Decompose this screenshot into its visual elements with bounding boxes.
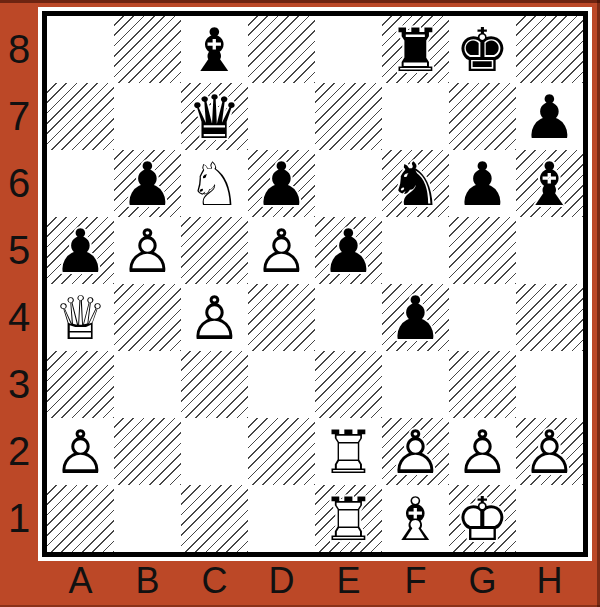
square-b2[interactable] <box>114 418 181 485</box>
square-a5[interactable]: ♟ <box>47 217 114 284</box>
file-label-f: F <box>382 559 449 603</box>
square-f7[interactable] <box>382 83 449 150</box>
square-c8[interactable]: ♝ <box>181 16 248 83</box>
piece-white-pawn: ♟♙ <box>382 418 449 485</box>
piece-black-pawn: ♟ <box>449 150 516 217</box>
square-g3[interactable] <box>449 351 516 418</box>
file-label-a: A <box>47 559 114 603</box>
square-c4[interactable]: ♟♙ <box>181 284 248 351</box>
square-f6[interactable]: ♞ <box>382 150 449 217</box>
white-rook-icon: ♖ <box>322 422 376 482</box>
piece-black-pawn: ♟ <box>315 217 382 284</box>
square-g5[interactable] <box>449 217 516 284</box>
square-d5[interactable]: ♟♙ <box>248 217 315 284</box>
black-pawn-icon: ♟ <box>255 154 309 214</box>
square-e6[interactable] <box>315 150 382 217</box>
file-label-e: E <box>315 559 382 603</box>
square-h6[interactable]: ♝ <box>516 150 583 217</box>
black-rook-icon: ♜ <box>389 20 443 80</box>
file-label-c: C <box>181 559 248 603</box>
white-king-icon: ♔ <box>456 489 510 549</box>
piece-white-pawn: ♟♙ <box>449 418 516 485</box>
square-g7[interactable] <box>449 83 516 150</box>
chess-board-frame: ♝♜♚♛♟♟♞♘♟♞♟♝♟♟♙♟♙♟♛♕♟♙♟♟♙♜♖♟♙♟♙♟♙♜♖♝♗♚♔ <box>38 7 592 561</box>
square-f4[interactable]: ♟ <box>382 284 449 351</box>
square-e8[interactable] <box>315 16 382 83</box>
square-c3[interactable] <box>181 351 248 418</box>
black-pawn-icon: ♟ <box>389 288 443 348</box>
square-h7[interactable]: ♟ <box>516 83 583 150</box>
square-e5[interactable]: ♟ <box>315 217 382 284</box>
piece-white-knight: ♞♘ <box>181 150 248 217</box>
square-f8[interactable]: ♜ <box>382 16 449 83</box>
rank-label-3: 3 <box>0 351 38 418</box>
square-a4[interactable]: ♛♕ <box>47 284 114 351</box>
file-label-b: B <box>114 559 181 603</box>
square-d1[interactable] <box>248 485 315 552</box>
square-f1[interactable]: ♝♗ <box>382 485 449 552</box>
square-h3[interactable] <box>516 351 583 418</box>
rank-label-8: 8 <box>0 16 38 83</box>
piece-white-rook: ♜♖ <box>315 485 382 552</box>
white-rook-icon: ♖ <box>322 489 376 549</box>
square-d3[interactable] <box>248 351 315 418</box>
piece-white-pawn: ♟♙ <box>47 418 114 485</box>
square-b4[interactable] <box>114 284 181 351</box>
piece-black-pawn: ♟ <box>47 217 114 284</box>
white-pawn-icon: ♙ <box>255 221 309 281</box>
square-e1[interactable]: ♜♖ <box>315 485 382 552</box>
square-a3[interactable] <box>47 351 114 418</box>
piece-white-queen: ♛♕ <box>47 284 114 351</box>
black-pawn-icon: ♟ <box>54 221 108 281</box>
square-d8[interactable] <box>248 16 315 83</box>
square-a6[interactable] <box>47 150 114 217</box>
piece-black-pawn: ♟ <box>382 284 449 351</box>
white-bishop-icon: ♗ <box>389 489 443 549</box>
piece-white-pawn: ♟♙ <box>516 418 583 485</box>
white-pawn-icon: ♙ <box>188 288 242 348</box>
black-bishop-icon: ♝ <box>523 154 577 214</box>
black-pawn-icon: ♟ <box>121 154 175 214</box>
piece-black-rook: ♜ <box>382 16 449 83</box>
piece-black-king: ♚ <box>449 16 516 83</box>
rank-label-2: 2 <box>0 418 38 485</box>
black-queen-icon: ♛ <box>188 87 242 147</box>
square-b3[interactable] <box>114 351 181 418</box>
square-e2[interactable]: ♜♖ <box>315 418 382 485</box>
square-d2[interactable] <box>248 418 315 485</box>
square-c5[interactable] <box>181 217 248 284</box>
file-label-g: G <box>449 559 516 603</box>
black-bishop-icon: ♝ <box>188 20 242 80</box>
piece-black-queen: ♛ <box>181 83 248 150</box>
square-e4[interactable] <box>315 284 382 351</box>
piece-white-king: ♚♔ <box>449 485 516 552</box>
white-pawn-icon: ♙ <box>54 422 108 482</box>
file-labels: ABCDEFGH <box>47 559 583 603</box>
black-king-icon: ♚ <box>456 20 510 80</box>
square-h5[interactable] <box>516 217 583 284</box>
piece-white-pawn: ♟♙ <box>114 217 181 284</box>
black-pawn-icon: ♟ <box>523 87 577 147</box>
rank-label-1: 1 <box>0 485 38 552</box>
rank-labels: 87654321 <box>0 16 38 552</box>
file-label-d: D <box>248 559 315 603</box>
piece-black-bishop: ♝ <box>516 150 583 217</box>
white-pawn-icon: ♙ <box>456 422 510 482</box>
file-label-h: H <box>516 559 583 603</box>
white-pawn-icon: ♙ <box>523 422 577 482</box>
rank-label-4: 4 <box>0 284 38 351</box>
square-g6[interactable]: ♟ <box>449 150 516 217</box>
square-b5[interactable]: ♟♙ <box>114 217 181 284</box>
chess-diagram: 87654321 ♝♜♚♛♟♟♞♘♟♞♟♝♟♟♙♟♙♟♛♕♟♙♟♟♙♜♖♟♙♟♙… <box>0 0 600 607</box>
square-f5[interactable] <box>382 217 449 284</box>
square-a2[interactable]: ♟♙ <box>47 418 114 485</box>
square-h4[interactable] <box>516 284 583 351</box>
black-knight-icon: ♞ <box>389 154 443 214</box>
square-g2[interactable]: ♟♙ <box>449 418 516 485</box>
square-c1[interactable] <box>181 485 248 552</box>
square-d6[interactable]: ♟ <box>248 150 315 217</box>
square-f2[interactable]: ♟♙ <box>382 418 449 485</box>
piece-white-rook: ♜♖ <box>315 418 382 485</box>
piece-black-pawn: ♟ <box>114 150 181 217</box>
rank-label-6: 6 <box>0 150 38 217</box>
square-b6[interactable]: ♟ <box>114 150 181 217</box>
square-e7[interactable] <box>315 83 382 150</box>
rank-label-7: 7 <box>0 83 38 150</box>
square-e3[interactable] <box>315 351 382 418</box>
square-a7[interactable] <box>47 83 114 150</box>
square-c6[interactable]: ♞♘ <box>181 150 248 217</box>
square-a8[interactable] <box>47 16 114 83</box>
black-pawn-icon: ♟ <box>322 221 376 281</box>
chess-board: ♝♜♚♛♟♟♞♘♟♞♟♝♟♟♙♟♙♟♛♕♟♙♟♟♙♜♖♟♙♟♙♟♙♜♖♝♗♚♔ <box>47 16 583 552</box>
white-knight-icon: ♘ <box>188 154 242 214</box>
square-b7[interactable] <box>114 83 181 150</box>
square-f3[interactable] <box>382 351 449 418</box>
square-d4[interactable] <box>248 284 315 351</box>
square-d7[interactable] <box>248 83 315 150</box>
piece-black-pawn: ♟ <box>516 83 583 150</box>
piece-black-bishop: ♝ <box>181 16 248 83</box>
square-c7[interactable]: ♛ <box>181 83 248 150</box>
square-b8[interactable] <box>114 16 181 83</box>
square-a1[interactable] <box>47 485 114 552</box>
piece-white-bishop: ♝♗ <box>382 485 449 552</box>
square-h2[interactable]: ♟♙ <box>516 418 583 485</box>
square-h1[interactable] <box>516 485 583 552</box>
white-queen-icon: ♕ <box>54 288 108 348</box>
piece-black-pawn: ♟ <box>248 150 315 217</box>
square-c2[interactable] <box>181 418 248 485</box>
white-pawn-icon: ♙ <box>121 221 175 281</box>
chess-board-border: ♝♜♚♛♟♟♞♘♟♞♟♝♟♟♙♟♙♟♛♕♟♙♟♟♙♜♖♟♙♟♙♟♙♜♖♝♗♚♔ <box>42 11 588 557</box>
square-g1[interactable]: ♚♔ <box>449 485 516 552</box>
black-pawn-icon: ♟ <box>456 154 510 214</box>
piece-white-pawn: ♟♙ <box>248 217 315 284</box>
white-pawn-icon: ♙ <box>389 422 443 482</box>
piece-black-knight: ♞ <box>382 150 449 217</box>
rank-label-5: 5 <box>0 217 38 284</box>
square-g4[interactable] <box>449 284 516 351</box>
piece-white-pawn: ♟♙ <box>181 284 248 351</box>
square-b1[interactable] <box>114 485 181 552</box>
square-h8[interactable] <box>516 16 583 83</box>
square-g8[interactable]: ♚ <box>449 16 516 83</box>
